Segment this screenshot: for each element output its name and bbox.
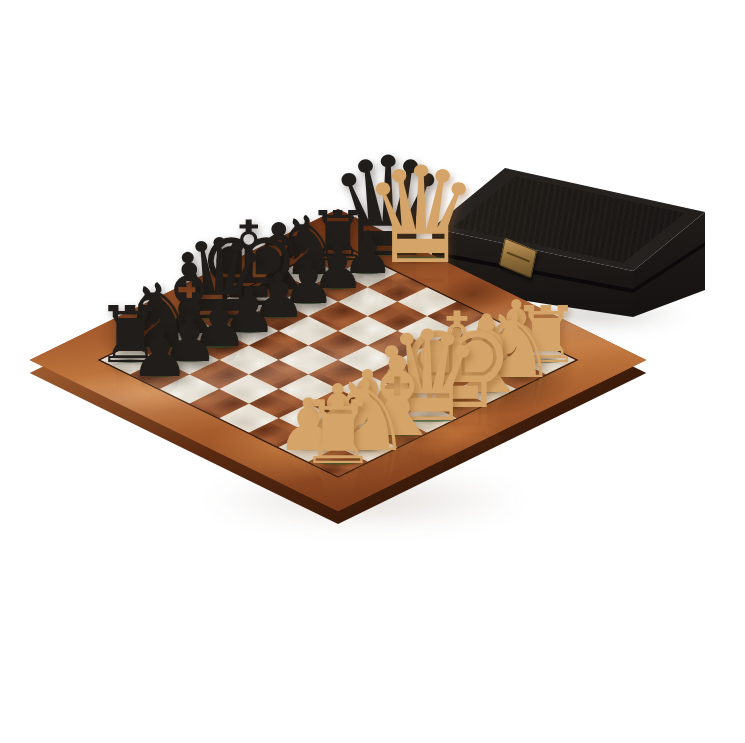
pieces-layer: ♜♜♞♞♝♝♛♛♚♚♝♝♞♞♜♜♟♟♟♟♟♟♟♟♟♟♟♟♟♟♟♟♟♟♟♟♟♟♟♟… [0, 0, 745, 743]
piece-black-pawn[interactable]: ♟ [130, 320, 190, 387]
chess-set-scene: ♜♜♞♞♝♝♛♛♚♚♝♝♞♞♜♜♟♟♟♟♟♟♟♟♟♟♟♟♟♟♟♟♟♟♟♟♟♟♟♟… [0, 0, 745, 743]
piece-white-rook[interactable]: ♜ [299, 390, 378, 478]
